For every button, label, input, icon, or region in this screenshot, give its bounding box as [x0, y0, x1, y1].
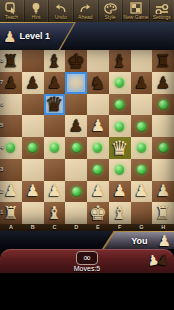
square-g8[interactable] — [131, 50, 153, 72]
piece-black-rook-h8[interactable]: ♜ — [152, 50, 174, 72]
square-b2[interactable]: ♟ — [22, 181, 44, 203]
rank-label-2: 2 — [0, 188, 6, 194]
square-f4[interactable]: ♛ — [109, 137, 131, 159]
square-f7[interactable] — [109, 72, 131, 94]
you-wedge: You ♟ — [104, 232, 174, 249]
square-g6[interactable] — [131, 94, 153, 116]
file-label-b: B — [22, 224, 44, 231]
file-label-g: G — [131, 224, 153, 231]
square-h1[interactable]: ♜ — [152, 202, 174, 224]
square-g1[interactable] — [131, 202, 153, 224]
square-c6[interactable]: ♛ — [44, 94, 66, 116]
level-wedge: ♟ Level 1 — [0, 23, 74, 50]
square-d3[interactable] — [65, 159, 87, 181]
square-b5[interactable] — [22, 115, 44, 137]
square-b4[interactable] — [22, 137, 44, 159]
legal-move-dot[interactable] — [6, 143, 15, 152]
rank-label-4: 4 — [0, 144, 6, 150]
piece-black-pawn-d5[interactable]: ♟ — [65, 115, 87, 137]
square-h2[interactable]: ♟ — [152, 181, 174, 203]
toolbar-button-settings[interactable]: Settings — [149, 0, 174, 22]
square-c1[interactable]: ♝ — [44, 202, 66, 224]
rank-label-3: 3 — [0, 166, 6, 172]
rank-label-1: 1 — [0, 209, 6, 215]
legal-move-dot[interactable] — [93, 143, 102, 152]
square-e5[interactable]: ♟ — [87, 115, 109, 137]
toolbar-button-style[interactable]: Style — [98, 0, 123, 22]
piece-white-queen-f4[interactable]: ♛ — [109, 137, 131, 159]
style-icon — [104, 2, 117, 14]
file-label-e: E — [87, 224, 109, 231]
moves-counter: Moves:5 — [74, 265, 100, 272]
piece-white-pawn-e5[interactable]: ♟ — [87, 115, 109, 137]
legal-move-dot[interactable] — [159, 143, 168, 152]
square-d1[interactable] — [65, 202, 87, 224]
square-a5[interactable]: 5 — [0, 115, 22, 137]
square-d7[interactable] — [65, 72, 87, 94]
rank-label-6: 6 — [0, 101, 6, 107]
square-c5[interactable] — [44, 115, 66, 137]
new-game-icon — [130, 2, 142, 14]
level-label: Level 1 — [19, 31, 50, 43]
rank-label-8: 8 — [0, 57, 6, 63]
square-b6[interactable] — [22, 94, 44, 116]
you-label: You — [131, 236, 147, 246]
hint-icon — [31, 2, 41, 14]
teach-icon — [5, 2, 17, 14]
square-g7[interactable]: ♟ — [131, 72, 153, 94]
square-f1[interactable]: ♝ — [109, 202, 131, 224]
piece-white-pawn-h2[interactable]: ♟ — [152, 181, 174, 203]
square-e3[interactable] — [87, 159, 109, 181]
square-h5[interactable] — [152, 115, 174, 137]
legal-move-dot[interactable] — [115, 122, 124, 131]
toolbar-button-label: Teach — [5, 14, 18, 20]
piece-black-pawn-c7[interactable]: ♟ — [44, 72, 66, 94]
piece-white-rook-h1[interactable]: ♜ — [152, 202, 174, 224]
square-f6[interactable] — [109, 94, 131, 116]
legal-move-dot[interactable] — [50, 143, 59, 152]
square-d8[interactable]: ♚ — [65, 50, 87, 72]
legal-move-dot[interactable] — [93, 165, 102, 174]
square-a6[interactable]: 6 — [0, 94, 22, 116]
players-indicator: ♟ ♟ — [147, 252, 170, 268]
rank-label-5: 5 — [0, 122, 6, 128]
legal-move-dot[interactable] — [115, 78, 124, 87]
square-h7[interactable]: ♟ — [152, 72, 174, 94]
legal-move-dot[interactable] — [72, 143, 81, 152]
piece-white-pawn-e2[interactable]: ♟ — [87, 181, 109, 203]
black-piece-icon: ♟ — [156, 251, 172, 269]
square-f3[interactable] — [109, 159, 131, 181]
white-pawn-icon: ♟ — [158, 232, 171, 250]
square-h6[interactable] — [152, 94, 174, 116]
square-c4[interactable] — [44, 137, 66, 159]
square-d4[interactable] — [65, 137, 87, 159]
legal-move-dot[interactable] — [137, 122, 146, 131]
piece-black-bishop-c8[interactable]: ♝ — [44, 50, 66, 72]
file-label-a: A — [0, 224, 22, 231]
square-e1[interactable]: ♚ — [87, 202, 109, 224]
toolbar-button-teach[interactable]: Teach — [0, 0, 24, 22]
piece-white-king-e1[interactable]: ♚ — [87, 202, 109, 224]
square-h8[interactable]: ♜ — [152, 50, 174, 72]
square-e6[interactable] — [87, 94, 109, 116]
status-bar: ∞ Moves:5 ♟ ♟ — [0, 249, 174, 273]
legal-move-dot[interactable] — [28, 143, 37, 152]
settings-icon — [155, 2, 169, 14]
piece-black-pawn-g7[interactable]: ♟ — [131, 72, 153, 94]
legal-move-dot[interactable] — [137, 143, 146, 152]
white-pawn-icon: ♟ — [3, 28, 16, 46]
piece-white-bishop-c1[interactable]: ♝ — [44, 202, 66, 224]
square-f8[interactable]: ♝ — [109, 50, 131, 72]
legal-move-dot[interactable] — [115, 100, 124, 109]
toolbar-button-undo[interactable]: Undo — [48, 0, 73, 22]
infinity-badge: ∞ — [76, 251, 98, 265]
piece-black-queen-c6[interactable]: ♛ — [44, 94, 66, 116]
square-a4[interactable]: 4 — [0, 137, 22, 159]
square-a7[interactable]: ♟7 — [0, 72, 22, 94]
toolbar: TeachHintUndoAheadStyleNew GameSettings — [0, 0, 174, 23]
square-h3[interactable] — [152, 159, 174, 181]
square-b1[interactable] — [22, 202, 44, 224]
square-c8[interactable]: ♝ — [44, 50, 66, 72]
square-e4[interactable] — [87, 137, 109, 159]
square-g5[interactable] — [131, 115, 153, 137]
legal-move-dot[interactable] — [137, 165, 146, 174]
legal-move-dot[interactable] — [115, 165, 124, 174]
square-g2[interactable]: ♟ — [131, 181, 153, 203]
square-e2[interactable]: ♟ — [87, 181, 109, 203]
file-label-f: F — [109, 224, 131, 231]
piece-black-pawn-b7[interactable]: ♟ — [22, 72, 44, 94]
toolbar-button-label: New Game — [123, 14, 148, 20]
toolbar-button-label: Hint — [32, 14, 41, 20]
piece-white-bishop-f1[interactable]: ♝ — [109, 202, 131, 224]
toolbar-button-new-game[interactable]: New Game — [122, 0, 149, 22]
undo-icon — [55, 2, 67, 14]
square-f5[interactable] — [109, 115, 131, 137]
piece-white-pawn-b2[interactable]: ♟ — [22, 181, 44, 203]
square-e8[interactable] — [87, 50, 109, 72]
chess-board: ♜8♝♚♝♜♟7♟♟♞♟♟6♛5♟♟4♛3♟2♟♟♟♟♟♟♜1♝♚♝♜ — [0, 50, 174, 224]
piece-black-bishop-f8[interactable]: ♝ — [109, 50, 131, 72]
square-a3[interactable]: 3 — [0, 159, 22, 181]
square-h4[interactable] — [152, 137, 174, 159]
toolbar-button-label: Style — [104, 14, 115, 20]
square-d2[interactable] — [65, 181, 87, 203]
piece-black-king-d8[interactable]: ♚ — [65, 50, 87, 72]
piece-black-pawn-h7[interactable]: ♟ — [152, 72, 174, 94]
toolbar-button-label: Undo — [55, 14, 67, 20]
piece-black-knight-e7[interactable]: ♞ — [87, 72, 109, 94]
file-labels: ABCDEFGH — [0, 224, 174, 231]
square-b8[interactable] — [22, 50, 44, 72]
legal-move-dot[interactable] — [72, 187, 81, 196]
square-c2[interactable]: ♟ — [44, 181, 66, 203]
level-bar: ♟ Level 1 ♟0♞2♝0♜0♛0 — [0, 22, 174, 50]
toolbar-button-hint[interactable]: Hint — [24, 0, 49, 22]
piece-white-pawn-g2[interactable]: ♟ — [131, 181, 153, 203]
toolbar-button-label: Ahead — [78, 14, 92, 20]
square-c3[interactable] — [44, 159, 66, 181]
square-g4[interactable] — [131, 137, 153, 159]
file-label-c: C — [44, 224, 66, 231]
square-a2[interactable]: ♟2 — [0, 181, 22, 203]
piece-white-pawn-f2[interactable]: ♟ — [109, 181, 131, 203]
square-e7[interactable]: ♞ — [87, 72, 109, 94]
toolbar-button-ahead[interactable]: Ahead — [73, 0, 98, 22]
square-d5[interactable]: ♟ — [65, 115, 87, 137]
ahead-icon — [79, 2, 91, 14]
rank-label-7: 7 — [0, 79, 6, 85]
file-label-d: D — [65, 224, 87, 231]
square-d6[interactable] — [65, 94, 87, 116]
piece-white-pawn-c2[interactable]: ♟ — [44, 181, 66, 203]
square-f2[interactable]: ♟ — [109, 181, 131, 203]
square-a1[interactable]: ♜1 — [0, 202, 22, 224]
square-c7[interactable]: ♟ — [44, 72, 66, 94]
square-b3[interactable] — [22, 159, 44, 181]
square-b7[interactable]: ♟ — [22, 72, 44, 94]
legal-move-dot[interactable] — [159, 100, 168, 109]
square-g3[interactable] — [131, 159, 153, 181]
chess-app: TeachHintUndoAheadStyleNew GameSettings … — [0, 0, 174, 310]
file-label-h: H — [152, 224, 174, 231]
toolbar-button-label: Settings — [153, 14, 171, 20]
square-a8[interactable]: ♜8 — [0, 50, 22, 72]
